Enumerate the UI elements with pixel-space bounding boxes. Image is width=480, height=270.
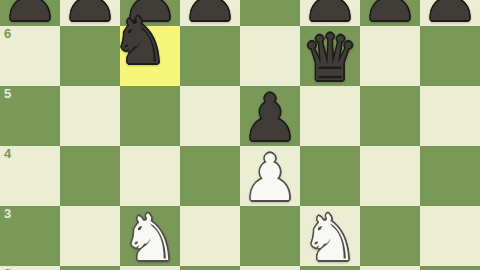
square-c6[interactable]: ♞	[120, 26, 180, 86]
white-pawn-icon: ♟	[181, 266, 238, 270]
square-f2[interactable]: ♟	[300, 266, 360, 270]
square-e7[interactable]	[240, 0, 300, 26]
square-g6[interactable]	[360, 26, 420, 86]
chess-board[interactable]: 8♜♝♚♝♞♜7♟♟♟♟♟♟♟6♞♛5♟4♟3♞♞2♟♟♟♟♟♟♟1♜♝♛♚♝♜	[0, 0, 480, 270]
piece-white-pawn-d2[interactable]: ♟	[180, 266, 240, 270]
piece-black-pawn-h7[interactable]: ♟	[420, 0, 480, 26]
square-b3[interactable]	[60, 206, 120, 266]
square-e2[interactable]	[240, 266, 300, 270]
white-pawn-icon: ♟	[121, 266, 178, 270]
square-c5[interactable]	[120, 86, 180, 146]
square-b2[interactable]: ♟	[60, 266, 120, 270]
piece-black-pawn-a7[interactable]: ♟	[0, 0, 60, 26]
square-d7[interactable]: ♟	[180, 0, 240, 26]
square-c4[interactable]	[120, 146, 180, 206]
square-h4[interactable]	[420, 146, 480, 206]
piece-black-queen-f6[interactable]: ♛	[300, 26, 360, 86]
square-h2[interactable]: ♟	[420, 266, 480, 270]
square-e6[interactable]	[240, 26, 300, 86]
white-pawn-icon: ♟	[1, 266, 58, 270]
rank-label-5: 5	[4, 87, 11, 101]
piece-black-knight-c6[interactable]: ♞	[110, 9, 170, 69]
piece-white-pawn-f2[interactable]: ♟	[300, 266, 360, 270]
piece-white-pawn-b2[interactable]: ♟	[60, 266, 120, 270]
square-f6[interactable]: ♛	[300, 26, 360, 86]
square-e5[interactable]: ♟	[240, 86, 300, 146]
piece-black-pawn-g7[interactable]: ♟	[360, 0, 420, 26]
rank-label-4: 4	[4, 147, 11, 161]
white-pawn-icon: ♟	[61, 266, 118, 270]
square-d3[interactable]	[180, 206, 240, 266]
black-pawn-icon: ♟	[361, 0, 418, 30]
square-b5[interactable]	[60, 86, 120, 146]
piece-black-pawn-e5[interactable]: ♟	[240, 86, 300, 146]
white-pawn-icon: ♟	[241, 146, 298, 210]
square-h6[interactable]	[420, 26, 480, 86]
square-e3[interactable]	[240, 206, 300, 266]
square-g4[interactable]	[360, 146, 420, 206]
piece-white-knight-c3[interactable]: ♞	[120, 206, 180, 266]
square-d5[interactable]	[180, 86, 240, 146]
black-queen-icon: ♛	[301, 26, 358, 90]
square-h3[interactable]	[420, 206, 480, 266]
square-a2[interactable]: 2♟	[0, 266, 60, 270]
black-pawn-icon: ♟	[181, 0, 238, 30]
square-e4[interactable]: ♟	[240, 146, 300, 206]
white-pawn-icon: ♟	[421, 266, 478, 270]
white-pawn-icon: ♟	[361, 266, 418, 270]
square-d6[interactable]	[180, 26, 240, 86]
square-c2[interactable]: ♟	[120, 266, 180, 270]
square-g5[interactable]	[360, 86, 420, 146]
square-h5[interactable]	[420, 86, 480, 146]
black-pawn-icon: ♟	[421, 0, 478, 30]
piece-white-pawn-e4[interactable]: ♟	[240, 146, 300, 206]
square-d4[interactable]	[180, 146, 240, 206]
piece-black-pawn-d7[interactable]: ♟	[180, 0, 240, 26]
piece-white-pawn-h2[interactable]: ♟	[420, 266, 480, 270]
square-g7[interactable]: ♟	[360, 0, 420, 26]
square-c3[interactable]: ♞	[120, 206, 180, 266]
square-a4[interactable]: 4	[0, 146, 60, 206]
piece-white-knight-f3[interactable]: ♞	[300, 206, 360, 266]
square-h7[interactable]: ♟	[420, 0, 480, 26]
black-knight-icon: ♞	[111, 9, 168, 73]
square-g2[interactable]: ♟	[360, 266, 420, 270]
piece-white-pawn-c2[interactable]: ♟	[120, 266, 180, 270]
square-a3[interactable]: 3	[0, 206, 60, 266]
black-pawn-icon: ♟	[1, 0, 58, 30]
square-d2[interactable]: ♟	[180, 266, 240, 270]
square-f4[interactable]	[300, 146, 360, 206]
white-pawn-icon: ♟	[301, 266, 358, 270]
chess-board-viewport: 8♜♝♚♝♞♜7♟♟♟♟♟♟♟6♞♛5♟4♟3♞♞2♟♟♟♟♟♟♟1♜♝♛♚♝♜	[0, 0, 480, 270]
square-a7[interactable]: 7♟	[0, 0, 60, 26]
piece-white-pawn-g2[interactable]: ♟	[360, 266, 420, 270]
rank-label-3: 3	[4, 207, 11, 221]
square-f5[interactable]	[300, 86, 360, 146]
piece-white-pawn-a2[interactable]: ♟	[0, 266, 60, 270]
square-a6[interactable]: 6	[0, 26, 60, 86]
square-f3[interactable]: ♞	[300, 206, 360, 266]
square-g3[interactable]	[360, 206, 420, 266]
square-b4[interactable]	[60, 146, 120, 206]
square-a5[interactable]: 5	[0, 86, 60, 146]
